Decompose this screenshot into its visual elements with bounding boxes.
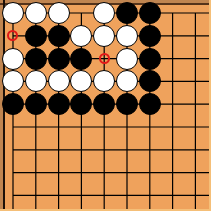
white-stone xyxy=(25,70,47,92)
intersection-c2r3[interactable] xyxy=(24,47,47,70)
white-stone xyxy=(93,70,115,92)
intersection-c7r9[interactable] xyxy=(138,184,161,207)
intersection-c8r6[interactable] xyxy=(161,116,184,139)
intersection-c6r6[interactable] xyxy=(116,116,139,139)
intersection-c3r4[interactable] xyxy=(47,70,70,93)
black-stone xyxy=(139,48,161,70)
intersection-c1r5[interactable] xyxy=(2,93,25,116)
intersection-c1r7[interactable] xyxy=(2,138,25,161)
black-stone xyxy=(116,2,138,24)
intersection-c8r8[interactable] xyxy=(161,161,184,184)
white-stone xyxy=(2,70,24,92)
intersection-c8r5[interactable] xyxy=(161,93,184,116)
intersection-c2r4[interactable] xyxy=(24,70,47,93)
intersection-c9r4[interactable] xyxy=(184,70,207,93)
intersection-c5r3[interactable] xyxy=(93,47,116,70)
intersection-c2r5[interactable] xyxy=(24,93,47,116)
intersection-c7r3[interactable] xyxy=(138,47,161,70)
intersection-c8r2[interactable] xyxy=(161,24,184,47)
intersection-c3r3[interactable] xyxy=(47,47,70,70)
intersection-c4r9[interactable] xyxy=(70,184,93,207)
white-stone xyxy=(25,2,47,24)
intersection-c2r6[interactable] xyxy=(24,116,47,139)
black-stone xyxy=(2,93,24,115)
intersection-c6r1[interactable] xyxy=(116,2,139,25)
intersection-c4r2[interactable] xyxy=(70,24,93,47)
intersection-c1r9[interactable] xyxy=(2,184,25,207)
intersection-c4r7[interactable] xyxy=(70,138,93,161)
go-board xyxy=(0,0,211,211)
intersection-c7r4[interactable] xyxy=(138,70,161,93)
intersection-c4r6[interactable] xyxy=(70,116,93,139)
intersection-c1r3[interactable] xyxy=(2,47,25,70)
white-stone xyxy=(70,70,92,92)
intersection-c3r2[interactable] xyxy=(47,24,70,47)
red-circle-marker xyxy=(7,30,18,41)
black-stone xyxy=(25,25,47,47)
intersection-c6r3[interactable] xyxy=(116,47,139,70)
intersection-c9r3[interactable] xyxy=(184,47,207,70)
intersection-c2r7[interactable] xyxy=(24,138,47,161)
intersection-c5r9[interactable] xyxy=(93,184,116,207)
intersection-c1r1[interactable] xyxy=(2,2,25,25)
intersection-c3r1[interactable] xyxy=(47,2,70,25)
intersection-c6r8[interactable] xyxy=(116,161,139,184)
white-stone xyxy=(48,70,70,92)
intersection-c5r8[interactable] xyxy=(93,161,116,184)
intersection-c8r9[interactable] xyxy=(161,184,184,207)
intersection-c2r9[interactable] xyxy=(24,184,47,207)
black-stone xyxy=(139,93,161,115)
black-stone xyxy=(48,25,70,47)
intersection-c8r3[interactable] xyxy=(161,47,184,70)
white-stone xyxy=(2,48,24,70)
black-stone xyxy=(48,48,70,70)
intersection-c5r7[interactable] xyxy=(93,138,116,161)
intersection-c3r5[interactable] xyxy=(47,93,70,116)
red-circle-marker xyxy=(99,53,110,64)
black-stone xyxy=(139,25,161,47)
intersection-c7r1[interactable] xyxy=(138,2,161,25)
intersection-c1r4[interactable] xyxy=(2,70,25,93)
black-stone xyxy=(139,70,161,92)
intersection-c5r2[interactable] xyxy=(93,24,116,47)
intersection-c3r9[interactable] xyxy=(47,184,70,207)
intersection-c6r2[interactable] xyxy=(116,24,139,47)
intersection-c4r8[interactable] xyxy=(70,161,93,184)
intersection-c9r6[interactable] xyxy=(184,116,207,139)
intersection-c2r8[interactable] xyxy=(24,161,47,184)
intersection-c7r7[interactable] xyxy=(138,138,161,161)
intersection-c3r7[interactable] xyxy=(47,138,70,161)
white-stone xyxy=(116,48,138,70)
intersection-c5r5[interactable] xyxy=(93,93,116,116)
white-stone xyxy=(93,2,115,24)
intersection-c1r6[interactable] xyxy=(2,116,25,139)
black-stone xyxy=(48,93,70,115)
intersection-c6r9[interactable] xyxy=(116,184,139,207)
white-stone xyxy=(48,2,70,24)
intersection-c6r7[interactable] xyxy=(116,138,139,161)
black-stone xyxy=(93,93,115,115)
white-stone xyxy=(116,70,138,92)
black-stone xyxy=(70,93,92,115)
intersection-c9r1[interactable] xyxy=(184,2,207,25)
black-stone xyxy=(70,48,92,70)
intersection-c4r4[interactable] xyxy=(70,70,93,93)
intersection-c9r9[interactable] xyxy=(184,184,207,207)
black-stone xyxy=(139,2,161,24)
intersection-c9r2[interactable] xyxy=(184,24,207,47)
intersection-c9r7[interactable] xyxy=(184,138,207,161)
intersection-c5r1[interactable] xyxy=(93,2,116,25)
intersection-c1r2[interactable] xyxy=(2,24,25,47)
black-stone xyxy=(116,93,138,115)
intersection-c8r1[interactable] xyxy=(161,2,184,25)
intersection-c9r5[interactable] xyxy=(184,93,207,116)
white-stone xyxy=(70,25,92,47)
intersection-c5r6[interactable] xyxy=(93,116,116,139)
go-grid xyxy=(2,2,207,207)
intersection-c2r2[interactable] xyxy=(24,24,47,47)
intersection-c4r1[interactable] xyxy=(70,2,93,25)
intersection-c2r1[interactable] xyxy=(24,2,47,25)
intersection-c7r5[interactable] xyxy=(138,93,161,116)
intersection-c9r8[interactable] xyxy=(184,161,207,184)
intersection-c6r4[interactable] xyxy=(116,70,139,93)
board-cut-edge-bottom xyxy=(0,209,211,211)
intersection-c3r6[interactable] xyxy=(47,116,70,139)
intersection-c8r4[interactable] xyxy=(161,70,184,93)
intersection-c5r4[interactable] xyxy=(93,70,116,93)
white-stone xyxy=(93,25,115,47)
intersection-c3r8[interactable] xyxy=(47,161,70,184)
intersection-c8r7[interactable] xyxy=(161,138,184,161)
intersection-c7r8[interactable] xyxy=(138,161,161,184)
intersection-c1r8[interactable] xyxy=(2,161,25,184)
intersection-c7r2[interactable] xyxy=(138,24,161,47)
intersection-c7r6[interactable] xyxy=(138,116,161,139)
black-stone xyxy=(25,48,47,70)
black-stone xyxy=(25,93,47,115)
intersection-c6r5[interactable] xyxy=(116,93,139,116)
intersection-c4r3[interactable] xyxy=(70,47,93,70)
intersection-c4r5[interactable] xyxy=(70,93,93,116)
white-stone xyxy=(2,2,24,24)
white-stone xyxy=(116,25,138,47)
board-cut-edge-right xyxy=(209,0,211,211)
